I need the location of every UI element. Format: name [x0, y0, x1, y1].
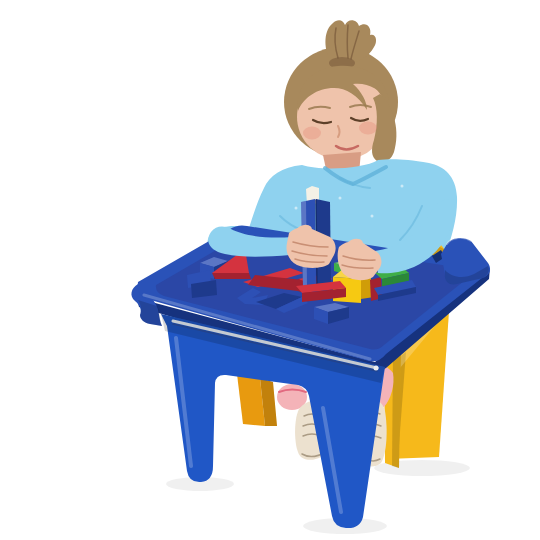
- scene-canvas: [40, 16, 540, 540]
- rod-end-cap: [374, 366, 379, 371]
- cheek-left: [303, 127, 321, 140]
- cheek-right: [359, 122, 377, 135]
- block-red-wedge-base: [212, 273, 251, 279]
- product-photo: [40, 16, 540, 540]
